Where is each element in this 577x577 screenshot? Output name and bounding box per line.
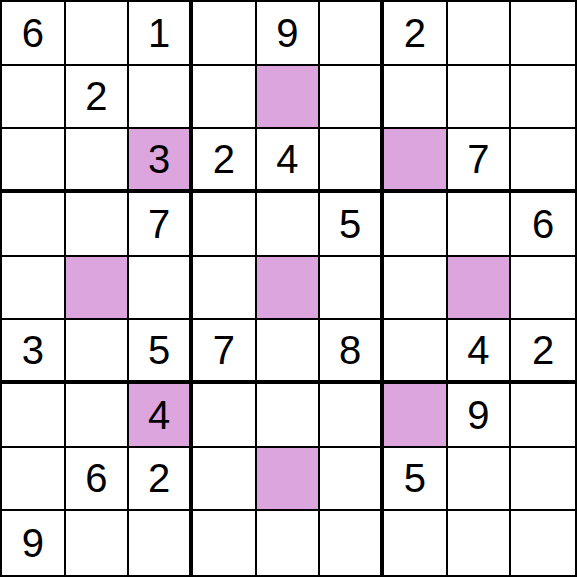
sudoku-cell-r8c7: 5 xyxy=(384,448,448,512)
sudoku-cell-r3c5: 4 xyxy=(257,129,321,193)
sudoku-cell-r2c3[interactable] xyxy=(129,66,193,130)
sudoku-cell-r2c7[interactable] xyxy=(384,66,448,130)
sudoku-cell-r9c9[interactable] xyxy=(511,511,575,575)
sudoku-cell-r2c9[interactable] xyxy=(511,66,575,130)
sudoku-cell-r5c6[interactable] xyxy=(320,257,384,321)
sudoku-cell-r4c4[interactable] xyxy=(193,193,257,257)
sudoku-cell-r1c2[interactable] xyxy=(66,2,130,66)
sudoku-cell-r4c9: 6 xyxy=(511,193,575,257)
sudoku-cell-r3c4: 2 xyxy=(193,129,257,193)
sudoku-cell-r5c9[interactable] xyxy=(511,257,575,321)
sudoku-cell-r5c2[interactable] xyxy=(66,257,130,321)
sudoku-cell-r9c6[interactable] xyxy=(320,511,384,575)
sudoku-cell-r2c5[interactable] xyxy=(257,66,321,130)
sudoku-cell-r4c2[interactable] xyxy=(66,193,130,257)
sudoku-cell-r8c3: 2 xyxy=(129,448,193,512)
sudoku-cell-r8c4[interactable] xyxy=(193,448,257,512)
sudoku-cell-r9c2[interactable] xyxy=(66,511,130,575)
sudoku-cell-r3c1[interactable] xyxy=(2,129,66,193)
sudoku-cell-r4c6: 5 xyxy=(320,193,384,257)
sudoku-cell-r1c4[interactable] xyxy=(193,2,257,66)
sudoku-cell-r8c5[interactable] xyxy=(257,448,321,512)
sudoku-cell-r2c1[interactable] xyxy=(2,66,66,130)
sudoku-cell-r6c1: 3 xyxy=(2,320,66,384)
sudoku-cell-r2c8[interactable] xyxy=(448,66,512,130)
sudoku-cell-r7c2[interactable] xyxy=(66,384,130,448)
sudoku-cell-r6c7[interactable] xyxy=(384,320,448,384)
sudoku-cell-r7c1[interactable] xyxy=(2,384,66,448)
sudoku-cell-r8c6[interactable] xyxy=(320,448,384,512)
sudoku-cell-r4c3: 7 xyxy=(129,193,193,257)
sudoku-cell-r7c8: 9 xyxy=(448,384,512,448)
sudoku-cell-r3c3: 3 xyxy=(129,129,193,193)
sudoku-cell-r9c1: 9 xyxy=(2,511,66,575)
sudoku-cell-r3c8: 7 xyxy=(448,129,512,193)
sudoku-cell-r9c5[interactable] xyxy=(257,511,321,575)
sudoku-cell-r1c7: 2 xyxy=(384,2,448,66)
sudoku-cell-r6c3: 5 xyxy=(129,320,193,384)
sudoku-cell-r4c8[interactable] xyxy=(448,193,512,257)
sudoku-cell-r7c4[interactable] xyxy=(193,384,257,448)
sudoku-board: 619223247756357842496259 xyxy=(0,0,577,577)
sudoku-cell-r1c6[interactable] xyxy=(320,2,384,66)
sudoku-cell-r7c6[interactable] xyxy=(320,384,384,448)
sudoku-cell-r3c9[interactable] xyxy=(511,129,575,193)
sudoku-cell-r1c1: 6 xyxy=(2,2,66,66)
sudoku-cell-r8c2: 6 xyxy=(66,448,130,512)
sudoku-cell-r6c4: 7 xyxy=(193,320,257,384)
sudoku-cell-r3c7[interactable] xyxy=(384,129,448,193)
sudoku-cell-r4c1[interactable] xyxy=(2,193,66,257)
sudoku-cell-r8c9[interactable] xyxy=(511,448,575,512)
sudoku-cell-r7c7[interactable] xyxy=(384,384,448,448)
sudoku-cell-r5c1[interactable] xyxy=(2,257,66,321)
sudoku-cell-r5c5[interactable] xyxy=(257,257,321,321)
sudoku-cell-r8c1[interactable] xyxy=(2,448,66,512)
sudoku-cell-r6c6: 8 xyxy=(320,320,384,384)
sudoku-cell-r1c3: 1 xyxy=(129,2,193,66)
sudoku-cell-r7c5[interactable] xyxy=(257,384,321,448)
sudoku-cell-r6c2[interactable] xyxy=(66,320,130,384)
sudoku-cell-r1c5: 9 xyxy=(257,2,321,66)
sudoku-cell-r8c8[interactable] xyxy=(448,448,512,512)
sudoku-cell-r9c8[interactable] xyxy=(448,511,512,575)
sudoku-cell-r9c4[interactable] xyxy=(193,511,257,575)
sudoku-cell-r2c4[interactable] xyxy=(193,66,257,130)
sudoku-cell-r6c9: 2 xyxy=(511,320,575,384)
sudoku-cell-r5c3[interactable] xyxy=(129,257,193,321)
sudoku-cell-r3c6[interactable] xyxy=(320,129,384,193)
sudoku-cell-r7c9[interactable] xyxy=(511,384,575,448)
sudoku-cell-r5c4[interactable] xyxy=(193,257,257,321)
sudoku-cell-r4c5[interactable] xyxy=(257,193,321,257)
sudoku-cell-r6c5[interactable] xyxy=(257,320,321,384)
sudoku-cell-r2c6[interactable] xyxy=(320,66,384,130)
sudoku-cell-r7c3: 4 xyxy=(129,384,193,448)
sudoku-cell-r3c2[interactable] xyxy=(66,129,130,193)
sudoku-cell-r6c8: 4 xyxy=(448,320,512,384)
sudoku-cell-r9c3[interactable] xyxy=(129,511,193,575)
sudoku-cell-r5c7[interactable] xyxy=(384,257,448,321)
sudoku-cell-r2c2: 2 xyxy=(66,66,130,130)
sudoku-cell-r5c8[interactable] xyxy=(448,257,512,321)
sudoku-cell-r9c7[interactable] xyxy=(384,511,448,575)
sudoku-cell-r4c7[interactable] xyxy=(384,193,448,257)
sudoku-cell-r1c9[interactable] xyxy=(511,2,575,66)
sudoku-cell-r1c8[interactable] xyxy=(448,2,512,66)
